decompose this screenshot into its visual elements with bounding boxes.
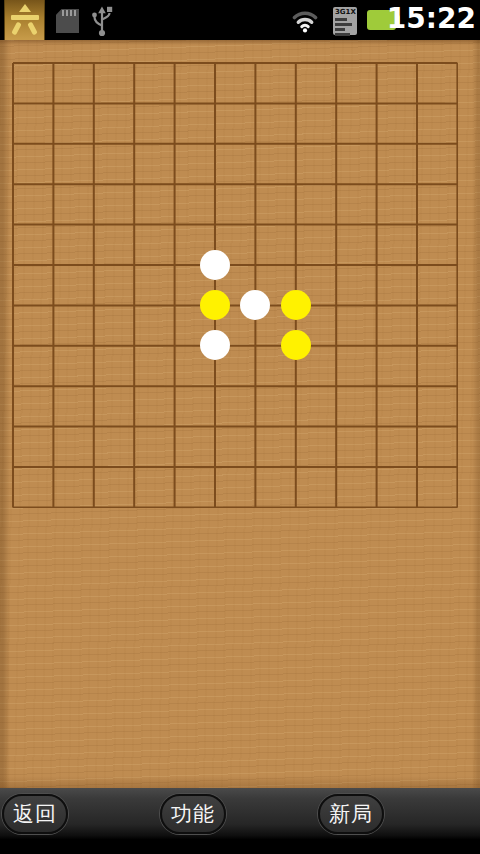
app-icon-glyph-right-leg [27, 22, 38, 36]
app-icon-glyph-left-leg [11, 22, 22, 36]
usb-icon [87, 4, 117, 37]
wood-background [0, 40, 480, 788]
signal-bar [335, 28, 345, 31]
app-screen: 3G1X 15:22 返回 功能 新局 [0, 0, 480, 854]
game-board[interactable] [12, 62, 458, 508]
clock: 15:22 [387, 2, 476, 35]
new-game-button[interactable]: 新局 [318, 794, 384, 834]
stone-yellow [281, 290, 311, 320]
back-button[interactable]: 返回 [2, 794, 68, 834]
board-grid-lines [12, 62, 458, 508]
status-bar: 3G1X 15:22 [0, 0, 480, 40]
signal-3g1x-label: 3G1X [335, 8, 355, 16]
stone-yellow [200, 290, 230, 320]
stone-yellow [281, 330, 311, 360]
sd-card-pins [62, 10, 77, 16]
function-button[interactable]: 功能 [160, 794, 226, 834]
app-icon-glyph-dot [19, 4, 31, 12]
signal-bar [335, 23, 352, 26]
app-icon-glyph-bar [11, 15, 39, 20]
wifi-icon [292, 10, 318, 33]
bottom-toolbar: 返回 功能 新局 [0, 788, 480, 854]
signal-3g1x-icon: 3G1X [333, 7, 357, 35]
app-launcher-icon [4, 0, 45, 40]
signal-bar [335, 18, 347, 21]
signal-bar [335, 33, 350, 36]
stone-white [200, 250, 230, 280]
sd-card-icon [56, 9, 79, 33]
